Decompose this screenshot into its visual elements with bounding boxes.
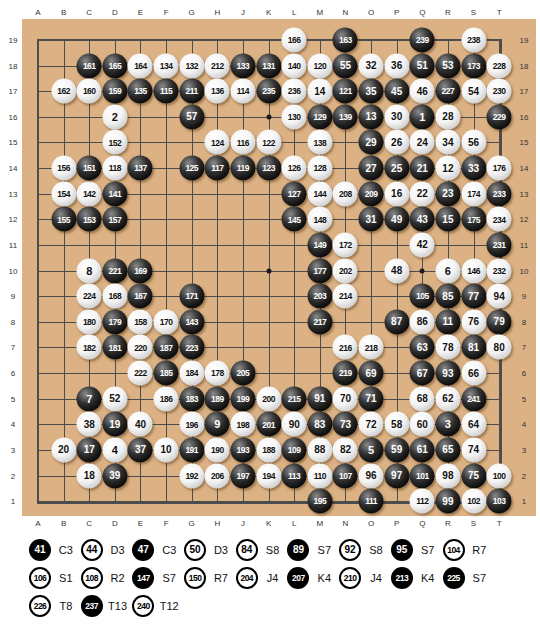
- stone-H18: 212: [205, 53, 230, 78]
- coord-label-left: 15: [9, 138, 18, 147]
- stone-G16: 57: [179, 104, 204, 129]
- star-point: [266, 268, 271, 273]
- stone-T17: 230: [487, 79, 512, 104]
- caption-stone: 204: [236, 567, 258, 589]
- stone-E14: 137: [128, 156, 153, 181]
- stone-J14: 119: [230, 156, 255, 181]
- coord-label-right: 4: [522, 420, 526, 429]
- caption-entry: 210J4: [339, 567, 391, 589]
- stone-K3: 188: [256, 437, 281, 462]
- coord-label-right: 12: [520, 215, 529, 224]
- caption-point-label: J4: [258, 572, 288, 584]
- stone-O3: 5: [359, 437, 384, 462]
- stone-Q6: 67: [410, 361, 435, 386]
- stone-C12: 153: [77, 207, 102, 232]
- caption-stone: 150: [184, 567, 206, 589]
- stone-E10: 169: [128, 258, 153, 283]
- coord-label-bottom: O: [368, 519, 374, 528]
- coord-label-left: 17: [9, 87, 18, 96]
- stone-Q4: 60: [410, 412, 435, 437]
- caption-point-label: T13: [103, 600, 133, 612]
- stone-C5: 7: [77, 386, 102, 411]
- stone-R5: 62: [435, 386, 460, 411]
- stone-M14: 128: [307, 156, 332, 181]
- caption-entry: 213K4: [391, 567, 443, 589]
- stone-L18: 140: [282, 53, 307, 78]
- stone-L13: 127: [282, 181, 307, 206]
- coord-label-top: D: [112, 8, 118, 17]
- stone-M1: 195: [307, 489, 332, 514]
- stone-P10: 48: [384, 258, 409, 283]
- star-point: [420, 268, 425, 273]
- caption-point-label: C3: [154, 544, 184, 556]
- stone-O13: 209: [359, 181, 384, 206]
- coord-label-bottom: B: [61, 519, 66, 528]
- stone-R10: 6: [435, 258, 460, 283]
- stone-N11: 172: [333, 232, 358, 257]
- stone-Q1: 112: [410, 489, 435, 514]
- caption-stone: 95: [391, 539, 413, 561]
- coord-label-left: 3: [11, 445, 15, 454]
- coord-label-top: M: [316, 8, 323, 17]
- caption-point-label: K4: [413, 572, 443, 584]
- stone-F7: 187: [154, 335, 179, 360]
- coord-label-right: 13: [520, 189, 529, 198]
- stone-S14: 33: [461, 156, 486, 181]
- stone-T11: 231: [487, 232, 512, 257]
- coord-label-bottom: T: [497, 519, 502, 528]
- stone-N7: 216: [333, 335, 358, 360]
- stone-F5: 186: [154, 386, 179, 411]
- stone-F18: 134: [154, 53, 179, 78]
- stone-Q2: 101: [410, 463, 435, 488]
- caption-entry: 95S7: [391, 539, 443, 561]
- caption-entry: 104R7: [443, 539, 495, 561]
- stone-R9: 85: [435, 284, 460, 309]
- star-point: [266, 114, 271, 119]
- go-kifu-page: AABBCCDDEEFFGGHHJJKKLLMMNNOOPPQQRRSSTT11…: [0, 0, 540, 629]
- caption-entry: 225S7: [443, 567, 495, 589]
- stone-S3: 74: [461, 437, 486, 462]
- stone-B3: 20: [51, 437, 76, 462]
- stone-P4: 58: [384, 412, 409, 437]
- coord-label-left: 7: [11, 343, 15, 352]
- stone-N17: 121: [333, 79, 358, 104]
- stone-T14: 176: [487, 156, 512, 181]
- stone-N10: 202: [333, 258, 358, 283]
- stone-L14: 126: [282, 156, 307, 181]
- coord-label-top: R: [445, 8, 451, 17]
- stone-F3: 10: [154, 437, 179, 462]
- coord-label-right: 17: [520, 87, 529, 96]
- coord-label-right: 2: [522, 471, 526, 480]
- stone-E3: 37: [128, 437, 153, 462]
- stone-D14: 118: [102, 156, 127, 181]
- stone-F6: 185: [154, 361, 179, 386]
- caption-point-label: R7: [465, 544, 495, 556]
- coord-label-bottom: H: [214, 519, 220, 528]
- stone-J17: 114: [230, 79, 255, 104]
- stone-E8: 158: [128, 309, 153, 334]
- stone-G5: 183: [179, 386, 204, 411]
- stone-L12: 145: [282, 207, 307, 232]
- coord-label-right: 11: [520, 240, 528, 249]
- caption-point-label: S7: [465, 572, 495, 584]
- coord-label-top: Q: [419, 8, 425, 17]
- coord-label-left: 5: [11, 394, 15, 403]
- stone-E18: 164: [128, 53, 153, 78]
- coord-label-right: 1: [522, 497, 526, 506]
- coord-label-top: C: [86, 8, 92, 17]
- coord-label-right: 9: [522, 292, 526, 301]
- stone-H5: 189: [205, 386, 230, 411]
- stone-S15: 56: [461, 130, 486, 155]
- stone-M5: 91: [307, 386, 332, 411]
- stone-R7: 78: [435, 335, 460, 360]
- coord-label-bottom: E: [138, 519, 143, 528]
- stone-O1: 111: [359, 489, 384, 514]
- coord-label-bottom: R: [445, 519, 451, 528]
- caption-point-label: D3: [103, 544, 133, 556]
- stone-M16: 129: [307, 104, 332, 129]
- stone-O17: 35: [359, 79, 384, 104]
- coord-label-left: 9: [11, 292, 15, 301]
- coord-label-right: 7: [522, 343, 526, 352]
- stone-P13: 16: [384, 181, 409, 206]
- stone-H2: 206: [205, 463, 230, 488]
- caption-point-label: S7: [154, 572, 184, 584]
- stone-S6: 66: [461, 361, 486, 386]
- coord-label-left: 13: [9, 189, 18, 198]
- coord-label-right: 5: [522, 394, 526, 403]
- caption-point-label: S1: [51, 572, 81, 584]
- stone-D12: 157: [102, 207, 127, 232]
- caption-stone: 237: [81, 595, 103, 617]
- stone-P8: 87: [384, 309, 409, 334]
- stone-K2: 194: [256, 463, 281, 488]
- stone-H15: 124: [205, 130, 230, 155]
- stone-Q8: 86: [410, 309, 435, 334]
- stone-Q12: 43: [410, 207, 435, 232]
- stone-Q3: 61: [410, 437, 435, 462]
- stone-M17: 14: [307, 79, 332, 104]
- caption-entry: 84S8: [236, 539, 288, 561]
- stone-L16: 130: [282, 104, 307, 129]
- stone-R2: 98: [435, 463, 460, 488]
- stone-N6: 219: [333, 361, 358, 386]
- stone-O14: 27: [359, 156, 384, 181]
- caption-stone: 213: [391, 567, 413, 589]
- coord-label-right: 19: [520, 36, 529, 45]
- stone-P17: 45: [384, 79, 409, 104]
- stone-O2: 96: [359, 463, 384, 488]
- caption-entry: 41C3: [29, 539, 81, 561]
- stone-O5: 71: [359, 386, 384, 411]
- stone-L19: 166: [282, 28, 307, 53]
- stone-K15: 122: [256, 130, 281, 155]
- caption-point-label: S8: [361, 544, 391, 556]
- stone-M15: 138: [307, 130, 332, 155]
- stone-E4: 40: [128, 412, 153, 437]
- stone-S17: 54: [461, 79, 486, 104]
- caption-stone: 147: [132, 567, 154, 589]
- stone-T13: 233: [487, 181, 512, 206]
- stone-P15: 26: [384, 130, 409, 155]
- stone-H3: 190: [205, 437, 230, 462]
- stone-L17: 236: [282, 79, 307, 104]
- caption-row-2: 106S1108R2147S7150R7204J4207K4210J4213K4…: [29, 567, 494, 589]
- caption-stone: 92: [339, 539, 361, 561]
- coord-label-left: 4: [11, 420, 15, 429]
- stone-G6: 184: [179, 361, 204, 386]
- stone-B17: 162: [51, 79, 76, 104]
- caption-stone: 225: [443, 567, 465, 589]
- caption-point-label: T12: [154, 600, 184, 612]
- caption-entry: 226T8: [29, 595, 81, 617]
- coord-label-top: A: [35, 8, 40, 17]
- stone-F8: 170: [154, 309, 179, 334]
- stone-D17: 159: [102, 79, 127, 104]
- stone-N3: 82: [333, 437, 358, 462]
- stone-S9: 77: [461, 284, 486, 309]
- stone-D9: 168: [102, 284, 127, 309]
- stone-C8: 180: [77, 309, 102, 334]
- coord-label-top: P: [394, 8, 399, 17]
- stone-N5: 70: [333, 386, 358, 411]
- stone-R3: 65: [435, 437, 460, 462]
- stone-N18: 55: [333, 53, 358, 78]
- stone-C7: 182: [77, 335, 102, 360]
- stone-M2: 110: [307, 463, 332, 488]
- stone-C3: 17: [77, 437, 102, 462]
- stone-O16: 13: [359, 104, 384, 129]
- coord-label-bottom: N: [343, 519, 349, 528]
- coord-label-top: K: [266, 8, 271, 17]
- stone-B12: 155: [51, 207, 76, 232]
- caption-row-3: 226T8237T13240T12: [29, 595, 184, 617]
- stone-G4: 196: [179, 412, 204, 437]
- caption-stone: 84: [236, 539, 258, 561]
- stone-H17: 136: [205, 79, 230, 104]
- stone-D7: 181: [102, 335, 127, 360]
- coord-label-bottom: C: [86, 519, 92, 528]
- stone-Q7: 63: [410, 335, 435, 360]
- coord-label-bottom: K: [266, 519, 271, 528]
- caption-entry: 50D3: [184, 539, 236, 561]
- caption-entry: 47C3: [132, 539, 184, 561]
- stone-J5: 199: [230, 386, 255, 411]
- caption-stone: 210: [339, 567, 361, 589]
- coord-label-top: J: [241, 8, 245, 17]
- coord-label-left: 18: [9, 61, 18, 70]
- coord-label-left: 1: [11, 497, 15, 506]
- stone-C13: 142: [77, 181, 102, 206]
- stone-G2: 192: [179, 463, 204, 488]
- caption-stone: 226: [29, 595, 51, 617]
- stone-D13: 141: [102, 181, 127, 206]
- stone-Q9: 105: [410, 284, 435, 309]
- stone-Q14: 21: [410, 156, 435, 181]
- stone-M13: 144: [307, 181, 332, 206]
- stone-G17: 211: [179, 79, 204, 104]
- stone-P14: 25: [384, 156, 409, 181]
- caption-entry: 207K4: [287, 567, 339, 589]
- stone-O12: 31: [359, 207, 384, 232]
- stone-T9: 94: [487, 284, 512, 309]
- stone-C10: 8: [77, 258, 102, 283]
- stone-O15: 29: [359, 130, 384, 155]
- stone-O18: 32: [359, 53, 384, 78]
- coord-label-top: B: [61, 8, 66, 17]
- coord-label-right: 6: [522, 369, 526, 378]
- coord-label-left: 19: [9, 36, 18, 45]
- coord-label-left: 11: [9, 240, 17, 249]
- coord-label-left: 14: [9, 164, 18, 173]
- caption-entry: 240T12: [132, 595, 184, 617]
- coord-label-bottom: A: [35, 519, 40, 528]
- caption-entry: 150R7: [184, 567, 236, 589]
- stone-M8: 217: [307, 309, 332, 334]
- coord-label-left: 6: [11, 369, 15, 378]
- stone-D8: 179: [102, 309, 127, 334]
- coord-label-bottom: P: [394, 519, 399, 528]
- coord-label-right: 16: [520, 112, 529, 121]
- stone-P18: 36: [384, 53, 409, 78]
- caption-point-label: S8: [258, 544, 288, 556]
- stone-Q19: 239: [410, 28, 435, 53]
- stone-T8: 79: [487, 309, 512, 334]
- caption-row-1: 41C344D347C350D384S889S792S895S7104R7: [29, 539, 494, 561]
- stone-F17: 115: [154, 79, 179, 104]
- stone-G14: 125: [179, 156, 204, 181]
- stone-R17: 227: [435, 79, 460, 104]
- stone-H6: 178: [205, 361, 230, 386]
- coord-label-bottom: L: [292, 519, 296, 528]
- coord-label-top: L: [292, 8, 296, 17]
- caption-stone: 89: [287, 539, 309, 561]
- caption-stone: 207: [287, 567, 309, 589]
- stone-S10: 146: [461, 258, 486, 283]
- stone-P2: 97: [384, 463, 409, 488]
- stone-R15: 34: [435, 130, 460, 155]
- stone-P3: 59: [384, 437, 409, 462]
- stone-Q18: 51: [410, 53, 435, 78]
- stone-T18: 228: [487, 53, 512, 78]
- coord-label-bottom: G: [189, 519, 195, 528]
- coord-label-left: 12: [9, 215, 18, 224]
- stone-M12: 148: [307, 207, 332, 232]
- stone-R13: 23: [435, 181, 460, 206]
- coord-label-left: 2: [11, 471, 15, 480]
- coord-label-top: N: [343, 8, 349, 17]
- stone-D16: 2: [102, 104, 127, 129]
- stone-G7: 223: [179, 335, 204, 360]
- caption-point-label: S7: [309, 544, 339, 556]
- coord-label-top: F: [164, 8, 169, 17]
- stone-E9: 167: [128, 284, 153, 309]
- stone-R8: 11: [435, 309, 460, 334]
- stone-C18: 161: [77, 53, 102, 78]
- coord-label-bottom: S: [471, 519, 476, 528]
- stone-O6: 69: [359, 361, 384, 386]
- stone-S18: 173: [461, 53, 486, 78]
- caption-entry: 147S7: [132, 567, 184, 589]
- caption-entry: 204J4: [236, 567, 288, 589]
- stone-E7: 220: [128, 335, 153, 360]
- stone-E6: 222: [128, 361, 153, 386]
- stone-C9: 224: [77, 284, 102, 309]
- stone-R6: 93: [435, 361, 460, 386]
- coord-label-bottom: Q: [419, 519, 425, 528]
- stone-R18: 53: [435, 53, 460, 78]
- caption-point-label: T8: [51, 600, 81, 612]
- stone-D10: 221: [102, 258, 127, 283]
- caption-point-label: K4: [309, 572, 339, 584]
- stone-S5: 241: [461, 386, 486, 411]
- stone-L5: 215: [282, 386, 307, 411]
- caption-entry: 108R2: [81, 567, 133, 589]
- stone-L3: 109: [282, 437, 307, 462]
- stone-J3: 193: [230, 437, 255, 462]
- coord-label-top: O: [368, 8, 374, 17]
- stone-S4: 64: [461, 412, 486, 437]
- stone-Q17: 46: [410, 79, 435, 104]
- stone-D15: 152: [102, 130, 127, 155]
- stone-L2: 113: [282, 463, 307, 488]
- stone-Q16: 1: [410, 104, 435, 129]
- stone-K5: 200: [256, 386, 281, 411]
- stone-R16: 28: [435, 104, 460, 129]
- stone-D2: 39: [102, 463, 127, 488]
- caption-point-label: R7: [206, 572, 236, 584]
- stone-S8: 76: [461, 309, 486, 334]
- stone-M18: 120: [307, 53, 332, 78]
- coord-label-right: 10: [520, 266, 529, 275]
- stone-C17: 160: [77, 79, 102, 104]
- stone-J18: 133: [230, 53, 255, 78]
- stone-D5: 52: [102, 386, 127, 411]
- caption-point-label: S7: [413, 544, 443, 556]
- coord-label-top: E: [138, 8, 143, 17]
- stone-B13: 154: [51, 181, 76, 206]
- stone-N16: 139: [333, 104, 358, 129]
- stone-T7: 80: [487, 335, 512, 360]
- stone-H4: 9: [205, 412, 230, 437]
- coord-label-top: G: [189, 8, 195, 17]
- stone-N9: 214: [333, 284, 358, 309]
- stone-T16: 229: [487, 104, 512, 129]
- caption-stone: 50: [184, 539, 206, 561]
- stone-T1: 103: [487, 489, 512, 514]
- stone-O4: 72: [359, 412, 384, 437]
- caption-entry: 106S1: [29, 567, 81, 589]
- stone-N4: 73: [333, 412, 358, 437]
- stone-R1: 99: [435, 489, 460, 514]
- stone-O7: 218: [359, 335, 384, 360]
- stone-M4: 83: [307, 412, 332, 437]
- stone-D18: 165: [102, 53, 127, 78]
- coord-label-left: 8: [11, 317, 15, 326]
- stone-N2: 107: [333, 463, 358, 488]
- stone-Q11: 42: [410, 232, 435, 257]
- coord-label-right: 3: [522, 445, 526, 454]
- stone-S19: 238: [461, 28, 486, 53]
- caption-stone: 108: [81, 567, 103, 589]
- coord-label-bottom: M: [316, 519, 323, 528]
- stone-N13: 208: [333, 181, 358, 206]
- stone-P12: 49: [384, 207, 409, 232]
- coord-label-left: 10: [9, 266, 18, 275]
